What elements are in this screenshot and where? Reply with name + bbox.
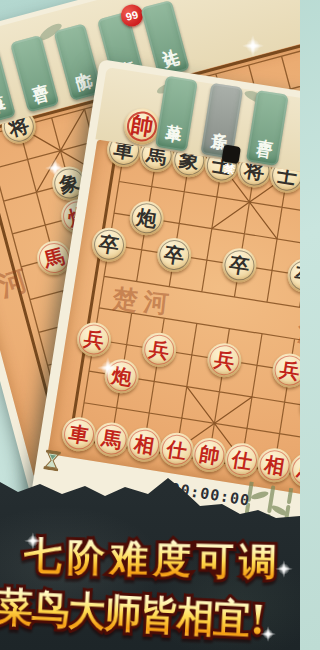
hourglass-icon xyxy=(43,449,61,471)
front-board-wood: 楚河 漢界 車馬象士将士象馬車炮炮卒卒卒卒卒兵兵兵兵兵炮炮車馬相仕帥仕相馬車 xyxy=(48,140,300,504)
promo-caption-line1: 七阶难度可调 七阶难度可调 xyxy=(23,531,282,589)
promo-screen: { "game": "xiangqi (Chinese Chess)", "sc… xyxy=(0,0,300,650)
caption-line1-text: 七阶难度可调 xyxy=(23,533,282,585)
front-river-left-label: 楚河 xyxy=(111,282,176,321)
muted-badge: 禁 xyxy=(221,144,240,163)
